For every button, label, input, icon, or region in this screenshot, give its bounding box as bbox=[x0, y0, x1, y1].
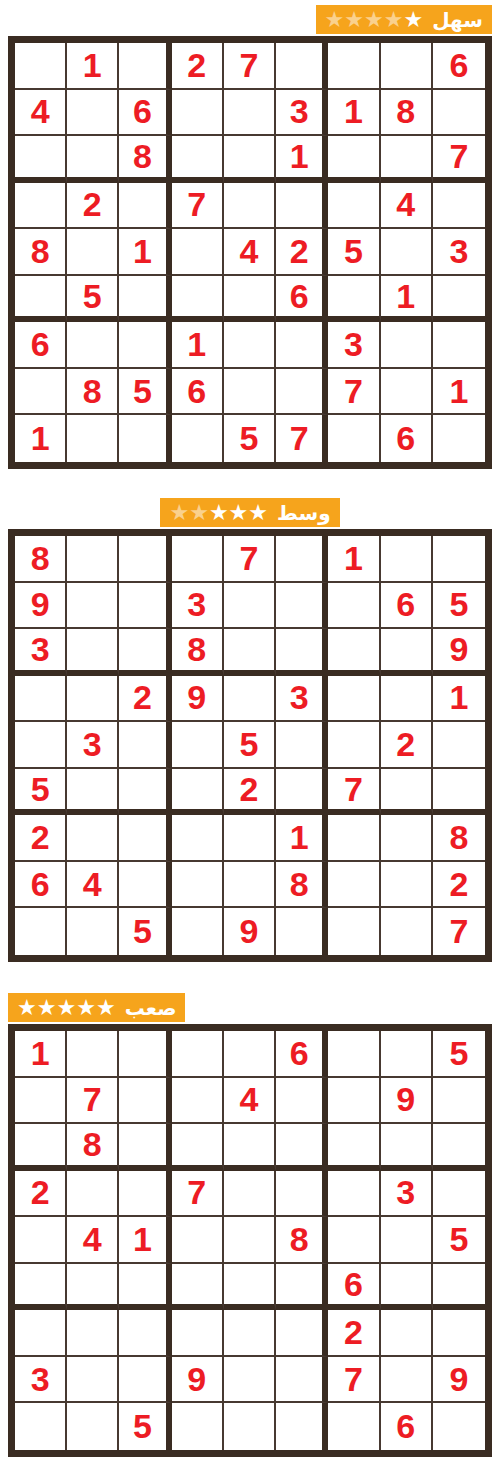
sudoku-cell[interactable] bbox=[67, 769, 119, 816]
sudoku-cell: 2 bbox=[119, 676, 171, 723]
sudoku-cell[interactable] bbox=[433, 1124, 485, 1171]
sudoku-cell: 5 bbox=[433, 583, 485, 630]
banner-row-easy: ★★★★★ سهل bbox=[0, 5, 500, 34]
sudoku-cell: 6 bbox=[119, 90, 171, 137]
star-icon: ★ bbox=[404, 7, 424, 32]
sudoku-cell: 4 bbox=[224, 1078, 276, 1125]
sudoku-cell[interactable] bbox=[67, 676, 119, 723]
sudoku-cell[interactable] bbox=[119, 1310, 171, 1357]
sudoku-cell: 7 bbox=[328, 369, 380, 416]
sudoku-cell[interactable] bbox=[328, 1217, 380, 1264]
sudoku-cell[interactable] bbox=[224, 862, 276, 909]
sudoku-cell[interactable] bbox=[381, 322, 433, 369]
sudoku-cell[interactable] bbox=[172, 415, 224, 462]
sudoku-cell: 2 bbox=[328, 1310, 380, 1357]
sudoku-cell[interactable] bbox=[15, 722, 67, 769]
sudoku-cell[interactable] bbox=[67, 1264, 119, 1311]
difficulty-banner-hard: ★★★★★ صعب bbox=[8, 993, 185, 1022]
sudoku-cell[interactable] bbox=[172, 276, 224, 323]
sudoku-cell[interactable] bbox=[67, 1031, 119, 1078]
sudoku-cell[interactable] bbox=[172, 862, 224, 909]
sudoku-cell[interactable] bbox=[276, 43, 328, 90]
banner-row-hard: ★★★★★ صعب bbox=[0, 993, 500, 1022]
sudoku-cell: 8 bbox=[15, 229, 67, 276]
sudoku-cell[interactable] bbox=[119, 1171, 171, 1218]
sudoku-cell[interactable] bbox=[328, 183, 380, 230]
sudoku-grid-medium: 871936538929313525272186482597 bbox=[8, 529, 492, 962]
sudoku-cell[interactable] bbox=[381, 136, 433, 183]
sudoku-cell[interactable] bbox=[433, 1264, 485, 1311]
sudoku-cell[interactable] bbox=[172, 722, 224, 769]
sudoku-cell[interactable] bbox=[328, 43, 380, 90]
sudoku-cell[interactable] bbox=[224, 629, 276, 676]
sudoku-cell[interactable] bbox=[276, 722, 328, 769]
sudoku-cell[interactable] bbox=[224, 136, 276, 183]
star-icon: ★ bbox=[76, 995, 96, 1020]
star-icon: ★ bbox=[344, 7, 364, 32]
sudoku-cell[interactable] bbox=[276, 1171, 328, 1218]
sudoku-cell: 6 bbox=[381, 1403, 433, 1450]
sudoku-cell: 7 bbox=[224, 43, 276, 90]
sudoku-cell[interactable] bbox=[433, 90, 485, 137]
sudoku-cell[interactable] bbox=[381, 1264, 433, 1311]
sudoku-cell[interactable] bbox=[119, 1078, 171, 1125]
sudoku-cell[interactable] bbox=[381, 676, 433, 723]
sudoku-cell[interactable] bbox=[433, 415, 485, 462]
sudoku-cell[interactable] bbox=[381, 369, 433, 416]
sudoku-cell: 3 bbox=[276, 90, 328, 137]
sudoku-cell: 3 bbox=[381, 1171, 433, 1218]
sudoku-cell[interactable] bbox=[67, 815, 119, 862]
sudoku-cell[interactable] bbox=[381, 43, 433, 90]
sudoku-cell: 9 bbox=[172, 1357, 224, 1404]
sudoku-cell[interactable] bbox=[328, 815, 380, 862]
sudoku-cell: 2 bbox=[15, 815, 67, 862]
sudoku-cell: 3 bbox=[172, 583, 224, 630]
sudoku-cell[interactable] bbox=[172, 769, 224, 816]
sudoku-cell: 3 bbox=[276, 676, 328, 723]
sudoku-cell: 7 bbox=[328, 769, 380, 816]
sudoku-cell[interactable] bbox=[224, 183, 276, 230]
sudoku-cell[interactable] bbox=[119, 276, 171, 323]
sudoku-cell: 1 bbox=[433, 369, 485, 416]
sudoku-cell[interactable] bbox=[119, 629, 171, 676]
sudoku-cell[interactable] bbox=[433, 276, 485, 323]
star-icon: ★ bbox=[229, 500, 249, 525]
sudoku-cell: 9 bbox=[381, 1078, 433, 1125]
sudoku-cell: 1 bbox=[67, 43, 119, 90]
sudoku-cell[interactable] bbox=[224, 369, 276, 416]
sudoku-cell: 6 bbox=[328, 1264, 380, 1311]
sudoku-cell[interactable] bbox=[328, 1403, 380, 1450]
star-icon: ★ bbox=[96, 995, 116, 1020]
sudoku-cell[interactable] bbox=[328, 583, 380, 630]
sudoku-cell: 6 bbox=[381, 415, 433, 462]
sudoku-cell: 9 bbox=[224, 908, 276, 955]
sudoku-cell: 7 bbox=[433, 136, 485, 183]
sudoku-cell[interactable] bbox=[172, 90, 224, 137]
sudoku-cell[interactable] bbox=[172, 1264, 224, 1311]
sudoku-cell[interactable] bbox=[224, 322, 276, 369]
difficulty-banner-medium: ★★★★★ وسط bbox=[160, 498, 339, 527]
sudoku-cell: 8 bbox=[381, 90, 433, 137]
sudoku-cell: 1 bbox=[381, 276, 433, 323]
sudoku-cell[interactable] bbox=[224, 1124, 276, 1171]
star-icon: ★ bbox=[384, 7, 404, 32]
sudoku-cell[interactable] bbox=[381, 1310, 433, 1357]
sudoku-cell[interactable] bbox=[433, 183, 485, 230]
sudoku-cell: 8 bbox=[276, 862, 328, 909]
sudoku-cell: 4 bbox=[67, 862, 119, 909]
difficulty-label-easy: سهل bbox=[432, 10, 483, 30]
sudoku-cell[interactable] bbox=[119, 769, 171, 816]
sudoku-cell[interactable] bbox=[224, 815, 276, 862]
sudoku-cell: 6 bbox=[15, 862, 67, 909]
sudoku-cell: 7 bbox=[172, 1171, 224, 1218]
sudoku-cell[interactable] bbox=[328, 415, 380, 462]
sudoku-cell[interactable] bbox=[15, 908, 67, 955]
sudoku-cell[interactable] bbox=[224, 90, 276, 137]
difficulty-banner-easy: ★★★★★ سهل bbox=[316, 5, 492, 34]
sudoku-cell: 3 bbox=[433, 229, 485, 276]
sudoku-cell[interactable] bbox=[276, 1357, 328, 1404]
sudoku-cell: 2 bbox=[224, 769, 276, 816]
sudoku-cell[interactable] bbox=[433, 1310, 485, 1357]
sudoku-cell[interactable] bbox=[67, 229, 119, 276]
sudoku-cell[interactable] bbox=[224, 1171, 276, 1218]
sudoku-cell: 6 bbox=[15, 322, 67, 369]
sudoku-cell[interactable] bbox=[276, 369, 328, 416]
sudoku-cell[interactable] bbox=[328, 1031, 380, 1078]
sudoku-cell: 1 bbox=[15, 415, 67, 462]
sudoku-cell[interactable] bbox=[15, 1403, 67, 1450]
sudoku-cell: 5 bbox=[224, 722, 276, 769]
sudoku-cell[interactable] bbox=[276, 183, 328, 230]
sudoku-cell[interactable] bbox=[224, 276, 276, 323]
sudoku-cell: 6 bbox=[172, 369, 224, 416]
sudoku-cell[interactable] bbox=[381, 229, 433, 276]
sudoku-cell[interactable] bbox=[172, 1031, 224, 1078]
sudoku-cell[interactable] bbox=[15, 1124, 67, 1171]
sudoku-cell: 5 bbox=[224, 415, 276, 462]
difficulty-label-hard: صعب bbox=[125, 998, 177, 1018]
sudoku-cell: 5 bbox=[328, 229, 380, 276]
sudoku-cell: 8 bbox=[15, 536, 67, 583]
sudoku-cell: 3 bbox=[15, 629, 67, 676]
sudoku-cell: 1 bbox=[119, 1217, 171, 1264]
sudoku-cell: 8 bbox=[276, 1217, 328, 1264]
sudoku-cell[interactable] bbox=[119, 1031, 171, 1078]
sudoku-cell[interactable] bbox=[172, 908, 224, 955]
sudoku-cell[interactable] bbox=[172, 229, 224, 276]
sudoku-cell: 5 bbox=[119, 908, 171, 955]
sudoku-cell[interactable] bbox=[276, 322, 328, 369]
sudoku-cell[interactable] bbox=[381, 1124, 433, 1171]
sudoku-cell[interactable] bbox=[381, 536, 433, 583]
sudoku-cell[interactable] bbox=[224, 1403, 276, 1450]
sudoku-cell[interactable] bbox=[119, 43, 171, 90]
sudoku-cell[interactable] bbox=[119, 1124, 171, 1171]
sudoku-cell[interactable] bbox=[15, 136, 67, 183]
sudoku-cell[interactable] bbox=[328, 276, 380, 323]
star-icon: ★ bbox=[248, 500, 268, 525]
sudoku-cell[interactable] bbox=[15, 1264, 67, 1311]
sudoku-cell[interactable] bbox=[276, 908, 328, 955]
sudoku-cell[interactable] bbox=[119, 583, 171, 630]
sudoku-cell[interactable] bbox=[328, 908, 380, 955]
sudoku-cell[interactable] bbox=[381, 769, 433, 816]
sudoku-cell[interactable] bbox=[433, 1171, 485, 1218]
star-rating: ★★★★★ bbox=[325, 9, 424, 31]
sudoku-cell: 7 bbox=[172, 183, 224, 230]
sudoku-grid-easy: 127646318817274814253561613856711576 bbox=[8, 36, 492, 469]
sudoku-cell: 7 bbox=[224, 536, 276, 583]
sudoku-cell[interactable] bbox=[224, 1217, 276, 1264]
sudoku-cell[interactable] bbox=[15, 1217, 67, 1264]
sudoku-cell[interactable] bbox=[433, 536, 485, 583]
sudoku-cell: 6 bbox=[381, 583, 433, 630]
star-rating: ★★★★★ bbox=[17, 997, 116, 1019]
sudoku-cell[interactable] bbox=[119, 862, 171, 909]
sudoku-cell[interactable] bbox=[433, 1078, 485, 1125]
sudoku-cell[interactable] bbox=[172, 815, 224, 862]
sudoku-cell[interactable] bbox=[276, 1078, 328, 1125]
sudoku-cell: 7 bbox=[67, 1078, 119, 1125]
sudoku-cell[interactable] bbox=[276, 769, 328, 816]
sudoku-cell[interactable] bbox=[172, 1310, 224, 1357]
sudoku-cell[interactable] bbox=[328, 676, 380, 723]
sudoku-cell[interactable] bbox=[172, 1403, 224, 1450]
sudoku-cell: 5 bbox=[119, 1403, 171, 1450]
sudoku-cell[interactable] bbox=[67, 583, 119, 630]
sudoku-cell[interactable] bbox=[224, 1357, 276, 1404]
sudoku-cell: 1 bbox=[15, 1031, 67, 1078]
sudoku-cell: 4 bbox=[224, 229, 276, 276]
sudoku-cell[interactable] bbox=[119, 1264, 171, 1311]
sudoku-cell: 2 bbox=[276, 229, 328, 276]
sudoku-cell[interactable] bbox=[224, 1310, 276, 1357]
sudoku-cell[interactable] bbox=[67, 136, 119, 183]
sudoku-cell[interactable] bbox=[328, 722, 380, 769]
sudoku-cell[interactable] bbox=[119, 322, 171, 369]
sudoku-cell[interactable] bbox=[119, 536, 171, 583]
sudoku-cell[interactable] bbox=[119, 815, 171, 862]
star-icon: ★ bbox=[37, 995, 57, 1020]
sudoku-cell: 7 bbox=[328, 1357, 380, 1404]
sudoku-cell: 5 bbox=[433, 1031, 485, 1078]
sudoku-cell[interactable] bbox=[67, 1357, 119, 1404]
sudoku-cell[interactable] bbox=[224, 676, 276, 723]
sudoku-cell: 2 bbox=[172, 43, 224, 90]
sudoku-cell: 9 bbox=[433, 629, 485, 676]
sudoku-cell[interactable] bbox=[381, 862, 433, 909]
sudoku-cell: 5 bbox=[119, 369, 171, 416]
sudoku-cell[interactable] bbox=[381, 1031, 433, 1078]
sudoku-cell: 8 bbox=[67, 369, 119, 416]
sudoku-cell[interactable] bbox=[15, 369, 67, 416]
star-icon: ★ bbox=[189, 500, 209, 525]
sudoku-cell: 9 bbox=[15, 583, 67, 630]
sudoku-cell[interactable] bbox=[67, 629, 119, 676]
sudoku-cell: 1 bbox=[328, 90, 380, 137]
sudoku-cell: 1 bbox=[328, 536, 380, 583]
sudoku-cell: 1 bbox=[276, 136, 328, 183]
sudoku-cell[interactable] bbox=[67, 908, 119, 955]
sudoku-cell: 5 bbox=[433, 1217, 485, 1264]
difficulty-label-medium: وسط bbox=[277, 503, 331, 523]
sudoku-cell[interactable] bbox=[172, 1078, 224, 1125]
sudoku-cell: 4 bbox=[15, 90, 67, 137]
sudoku-grid-hard: 1657498273418562397956 bbox=[8, 1024, 492, 1457]
sudoku-cell[interactable] bbox=[224, 1264, 276, 1311]
sudoku-cell: 4 bbox=[67, 1217, 119, 1264]
sudoku-cell: 5 bbox=[15, 769, 67, 816]
sudoku-cell[interactable] bbox=[224, 1031, 276, 1078]
sudoku-cell[interactable] bbox=[15, 183, 67, 230]
sudoku-cell[interactable] bbox=[276, 583, 328, 630]
sudoku-cell: 8 bbox=[119, 136, 171, 183]
sudoku-cell[interactable] bbox=[433, 322, 485, 369]
sudoku-cell: 2 bbox=[67, 183, 119, 230]
sudoku-cell[interactable] bbox=[119, 1357, 171, 1404]
sudoku-cell: 7 bbox=[276, 415, 328, 462]
sudoku-cell: 1 bbox=[433, 676, 485, 723]
sudoku-cell[interactable] bbox=[381, 908, 433, 955]
sudoku-cell: 1 bbox=[172, 322, 224, 369]
sudoku-cell: 9 bbox=[172, 676, 224, 723]
sudoku-cell[interactable] bbox=[433, 769, 485, 816]
star-icon: ★ bbox=[209, 500, 229, 525]
sudoku-cell[interactable] bbox=[67, 1403, 119, 1450]
sudoku-cell[interactable] bbox=[172, 536, 224, 583]
sudoku-cell[interactable] bbox=[67, 322, 119, 369]
star-icon: ★ bbox=[56, 995, 76, 1020]
sudoku-cell: 2 bbox=[15, 1171, 67, 1218]
sudoku-cell: 2 bbox=[381, 722, 433, 769]
sudoku-cell[interactable] bbox=[328, 1078, 380, 1125]
star-icon: ★ bbox=[17, 995, 37, 1020]
sudoku-cell: 1 bbox=[119, 229, 171, 276]
sudoku-cell[interactable] bbox=[172, 136, 224, 183]
sudoku-cell[interactable] bbox=[67, 536, 119, 583]
sudoku-cell: 3 bbox=[15, 1357, 67, 1404]
banner-row-medium: ★★★★★ وسط bbox=[0, 498, 500, 527]
star-icon: ★ bbox=[364, 7, 384, 32]
sudoku-cell[interactable] bbox=[381, 1357, 433, 1404]
sudoku-cell[interactable] bbox=[276, 536, 328, 583]
sudoku-cell[interactable] bbox=[328, 1124, 380, 1171]
sudoku-cell[interactable] bbox=[15, 1310, 67, 1357]
sudoku-cell[interactable] bbox=[328, 136, 380, 183]
sudoku-cell[interactable] bbox=[381, 815, 433, 862]
sudoku-cell[interactable] bbox=[15, 1078, 67, 1125]
sudoku-cell: 3 bbox=[328, 322, 380, 369]
sudoku-cell[interactable] bbox=[381, 1217, 433, 1264]
sudoku-cell[interactable] bbox=[328, 1171, 380, 1218]
sudoku-cell: 9 bbox=[433, 1357, 485, 1404]
star-icon: ★ bbox=[169, 500, 189, 525]
sudoku-cell[interactable] bbox=[276, 1310, 328, 1357]
sudoku-cell[interactable] bbox=[276, 1264, 328, 1311]
sudoku-cell[interactable] bbox=[433, 722, 485, 769]
sudoku-cell[interactable] bbox=[276, 1124, 328, 1171]
sudoku-cell[interactable] bbox=[381, 629, 433, 676]
star-rating: ★★★★★ bbox=[169, 502, 268, 524]
sudoku-cell[interactable] bbox=[15, 276, 67, 323]
sudoku-cell: 8 bbox=[433, 815, 485, 862]
sudoku-cell: 5 bbox=[67, 276, 119, 323]
sudoku-cell: 6 bbox=[433, 43, 485, 90]
sudoku-cell[interactable] bbox=[328, 862, 380, 909]
sudoku-cell[interactable] bbox=[67, 1310, 119, 1357]
sudoku-cell[interactable] bbox=[15, 676, 67, 723]
sudoku-cell[interactable] bbox=[119, 722, 171, 769]
sudoku-cell[interactable] bbox=[67, 415, 119, 462]
sudoku-cell[interactable] bbox=[119, 415, 171, 462]
sudoku-cell: 6 bbox=[276, 1031, 328, 1078]
sudoku-cell bbox=[433, 1403, 485, 1450]
sudoku-cell[interactable] bbox=[67, 1171, 119, 1218]
sudoku-cell[interactable] bbox=[276, 1403, 328, 1450]
sudoku-cell: 8 bbox=[172, 629, 224, 676]
sudoku-cell: 6 bbox=[276, 276, 328, 323]
sudoku-cell[interactable] bbox=[119, 183, 171, 230]
sudoku-cell: 1 bbox=[276, 815, 328, 862]
sudoku-cell[interactable] bbox=[67, 90, 119, 137]
sudoku-cell: 3 bbox=[67, 722, 119, 769]
sudoku-cell: 4 bbox=[381, 183, 433, 230]
star-icon: ★ bbox=[325, 7, 345, 32]
sudoku-cell: 2 bbox=[433, 862, 485, 909]
sudoku-cell[interactable] bbox=[15, 43, 67, 90]
sudoku-cell: 8 bbox=[67, 1124, 119, 1171]
sudoku-cell[interactable] bbox=[276, 629, 328, 676]
sudoku-cell: 7 bbox=[433, 908, 485, 955]
sudoku-cell[interactable] bbox=[328, 629, 380, 676]
sudoku-cell[interactable] bbox=[224, 583, 276, 630]
sudoku-cell[interactable] bbox=[172, 1124, 224, 1171]
sudoku-cell[interactable] bbox=[172, 1217, 224, 1264]
